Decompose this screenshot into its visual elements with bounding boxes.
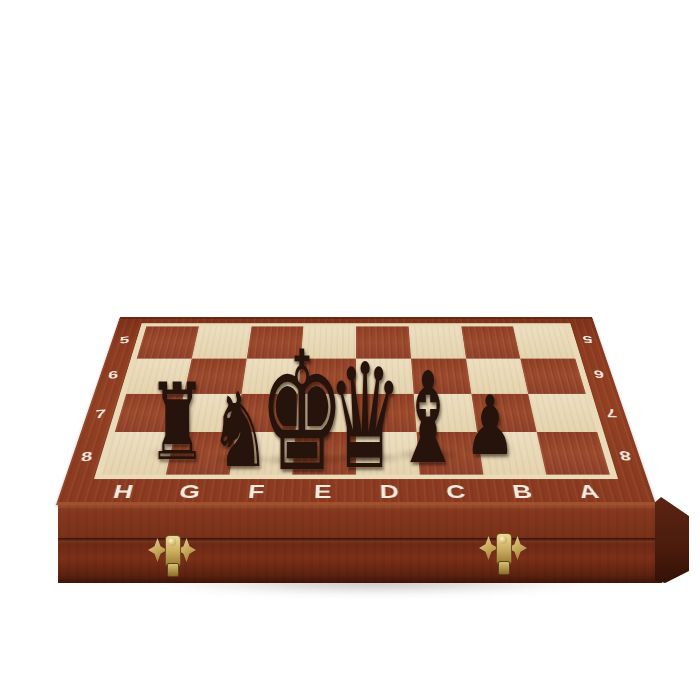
- clasp-right[interactable]: [479, 529, 527, 575]
- piece-black-pawn-b7[interactable]: ♟: [464, 385, 515, 467]
- square-a8[interactable]: [537, 432, 610, 475]
- box-back-edge: [119, 317, 592, 319]
- file-label-a: A: [553, 479, 626, 505]
- square-h5[interactable]: [137, 326, 199, 358]
- square-a6[interactable]: [520, 358, 585, 393]
- clasp-left-hook: [167, 563, 179, 577]
- box-right-face: [655, 497, 689, 583]
- square-g5[interactable]: [192, 326, 252, 358]
- clasp-left-knob: [168, 538, 176, 546]
- piece-black-rook-g7[interactable]: ♜: [148, 370, 207, 476]
- clasp-right-knob: [499, 536, 507, 544]
- square-a5[interactable]: [513, 326, 575, 358]
- piece-black-bishop-c7[interactable]: ♝: [394, 356, 462, 482]
- square-a7[interactable]: [528, 393, 597, 432]
- piece-black-queen-d7[interactable]: ♛: [327, 344, 402, 489]
- clasp-left[interactable]: [148, 531, 196, 577]
- square-b5[interactable]: [461, 326, 521, 358]
- scene: 5678 5678 HGFEDCBA ♜♞♚♛♝♟: [0, 0, 700, 700]
- file-label-b: B: [487, 479, 558, 505]
- clasp-right-hook: [498, 561, 510, 575]
